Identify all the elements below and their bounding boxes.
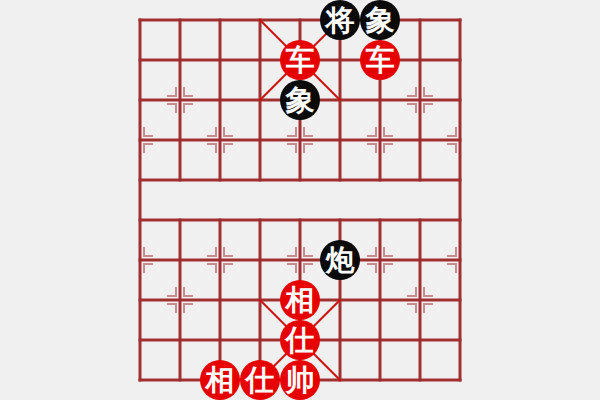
red-chariot[interactable]: 车 — [280, 40, 320, 80]
xiangqi-screen: 将象车车象炮相仕相仕帅 — [0, 0, 600, 400]
xiangqi-board: 将象车车象炮相仕相仕帅 — [0, 0, 600, 400]
black-elephant[interactable]: 象 — [280, 80, 320, 120]
red-chariot[interactable]: 车 — [360, 40, 400, 80]
red-advisor[interactable]: 仕 — [240, 360, 280, 400]
red-elephant[interactable]: 相 — [200, 360, 240, 400]
red-elephant[interactable]: 相 — [280, 280, 320, 320]
black-elephant[interactable]: 象 — [360, 0, 400, 40]
piece-grid[interactable]: 将象车车象炮相仕相仕帅 — [120, 0, 480, 400]
black-cannon[interactable]: 炮 — [320, 240, 360, 280]
red-advisor[interactable]: 仕 — [280, 320, 320, 360]
red-general[interactable]: 帅 — [280, 360, 320, 400]
black-general[interactable]: 将 — [320, 0, 360, 40]
